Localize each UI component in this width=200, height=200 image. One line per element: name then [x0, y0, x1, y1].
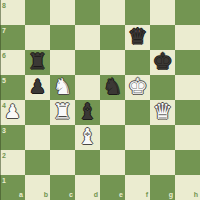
square-a2[interactable]: 2 [0, 150, 25, 175]
square-h6[interactable] [175, 50, 200, 75]
square-c5[interactable]: ♞ [50, 75, 75, 100]
rank-label-5: 5 [2, 77, 6, 84]
rank-label-7: 7 [2, 27, 6, 34]
piece-white-knight[interactable]: ♞ [53, 74, 73, 99]
file-label-g: g [169, 191, 173, 198]
square-f5[interactable]: ♚ [125, 75, 150, 100]
square-h8[interactable] [175, 0, 200, 25]
piece-black-queen[interactable]: ♛ [128, 24, 148, 49]
square-h1[interactable]: h [175, 175, 200, 200]
square-f7[interactable]: ♛ [125, 25, 150, 50]
square-g1[interactable]: g [150, 175, 175, 200]
file-label-a: a [19, 191, 23, 198]
square-e2[interactable] [100, 150, 125, 175]
square-g4[interactable]: ♛ [150, 100, 175, 125]
square-h7[interactable] [175, 25, 200, 50]
square-b7[interactable] [25, 25, 50, 50]
piece-white-king[interactable]: ♚ [128, 74, 148, 99]
square-e5[interactable]: ♞ [100, 75, 125, 100]
square-e7[interactable] [100, 25, 125, 50]
square-h2[interactable] [175, 150, 200, 175]
piece-black-king[interactable]: ♚ [153, 49, 173, 74]
square-h3[interactable] [175, 125, 200, 150]
file-label-d: d [94, 191, 98, 198]
square-d7[interactable] [75, 25, 100, 50]
square-c7[interactable] [50, 25, 75, 50]
square-c4[interactable]: ♜ [50, 100, 75, 125]
square-f8[interactable] [125, 0, 150, 25]
square-d3[interactable]: ♝ [75, 125, 100, 150]
square-a6[interactable]: 6 [0, 50, 25, 75]
square-c3[interactable] [50, 125, 75, 150]
piece-black-rook[interactable]: ♜ [28, 49, 48, 74]
rank-label-8: 8 [2, 2, 6, 9]
file-label-e: e [119, 191, 123, 198]
square-b3[interactable] [25, 125, 50, 150]
file-label-f: f [146, 191, 148, 198]
square-d8[interactable] [75, 0, 100, 25]
chess-board[interactable]: 87♛6♜♚5♟♞♞♚4♟♜♝♛3♝21abcdefgh [0, 0, 200, 200]
square-e8[interactable] [100, 0, 125, 25]
square-g6[interactable]: ♚ [150, 50, 175, 75]
piece-white-pawn[interactable]: ♟ [4, 99, 21, 124]
square-f3[interactable] [125, 125, 150, 150]
square-e6[interactable] [100, 50, 125, 75]
square-f6[interactable] [125, 50, 150, 75]
square-d5[interactable] [75, 75, 100, 100]
square-g3[interactable] [150, 125, 175, 150]
square-d1[interactable]: d [75, 175, 100, 200]
square-d2[interactable] [75, 150, 100, 175]
rank-label-6: 6 [2, 52, 6, 59]
square-g5[interactable] [150, 75, 175, 100]
square-c1[interactable]: c [50, 175, 75, 200]
square-a8[interactable]: 8 [0, 0, 25, 25]
piece-white-queen[interactable]: ♛ [153, 99, 173, 124]
square-e4[interactable] [100, 100, 125, 125]
square-f2[interactable] [125, 150, 150, 175]
rank-label-2: 2 [2, 152, 6, 159]
square-c8[interactable] [50, 0, 75, 25]
piece-black-bishop[interactable]: ♝ [78, 99, 98, 124]
square-f1[interactable]: f [125, 175, 150, 200]
square-b2[interactable] [25, 150, 50, 175]
file-label-b: b [44, 191, 48, 198]
rank-label-1: 1 [2, 177, 6, 184]
file-label-h: h [194, 191, 198, 198]
square-d4[interactable]: ♝ [75, 100, 100, 125]
square-b4[interactable] [25, 100, 50, 125]
square-f4[interactable] [125, 100, 150, 125]
square-b1[interactable]: b [25, 175, 50, 200]
square-a5[interactable]: 5 [0, 75, 25, 100]
piece-white-bishop[interactable]: ♝ [78, 124, 98, 149]
square-c6[interactable] [50, 50, 75, 75]
square-b8[interactable] [25, 0, 50, 25]
square-g8[interactable] [150, 0, 175, 25]
square-g2[interactable] [150, 150, 175, 175]
square-h5[interactable] [175, 75, 200, 100]
piece-black-pawn[interactable]: ♟ [29, 74, 46, 99]
piece-white-rook[interactable]: ♜ [53, 99, 73, 124]
square-c2[interactable] [50, 150, 75, 175]
square-d6[interactable] [75, 50, 100, 75]
square-b5[interactable]: ♟ [25, 75, 50, 100]
rank-label-3: 3 [2, 127, 6, 134]
file-label-c: c [69, 191, 73, 198]
square-e3[interactable] [100, 125, 125, 150]
square-a7[interactable]: 7 [0, 25, 25, 50]
square-e1[interactable]: e [100, 175, 125, 200]
piece-black-knight[interactable]: ♞ [103, 74, 123, 99]
square-a1[interactable]: 1a [0, 175, 25, 200]
square-b6[interactable]: ♜ [25, 50, 50, 75]
square-h4[interactable] [175, 100, 200, 125]
square-a3[interactable]: 3 [0, 125, 25, 150]
square-g7[interactable] [150, 25, 175, 50]
square-a4[interactable]: 4♟ [0, 100, 25, 125]
